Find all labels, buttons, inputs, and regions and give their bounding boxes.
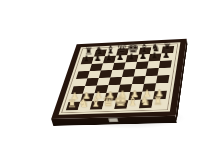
board-border: ♜♞♝♛♚♝♞♜♟♟♟♟♟♟♟♟♟♟♟♟♟♟♟♟♜♞♝♛♚♝♞♜ bbox=[59, 42, 181, 114]
square-g7[interactable]: ♟ bbox=[149, 54, 162, 62]
square-g6[interactable] bbox=[147, 61, 160, 69]
square-b6[interactable] bbox=[90, 63, 103, 71]
square-f2[interactable]: ♟ bbox=[128, 92, 142, 101]
chess-box: ♜♞♝♛♚♝♞♜♟♟♟♟♟♟♟♟♟♟♟♟♟♟♟♟♜♞♝♛♚♝♞♜ bbox=[51, 39, 186, 119]
square-a4[interactable] bbox=[74, 78, 88, 86]
square-g3[interactable] bbox=[142, 83, 156, 91]
square-f1[interactable]: ♝ bbox=[127, 100, 141, 109]
square-h2[interactable]: ♟ bbox=[153, 91, 167, 100]
square-h1[interactable]: ♜ bbox=[152, 99, 166, 108]
square-g5[interactable] bbox=[146, 68, 159, 76]
square-g2[interactable]: ♟ bbox=[141, 91, 155, 100]
clasp-latch bbox=[108, 118, 118, 122]
square-b2[interactable]: ♟ bbox=[80, 93, 94, 101]
square-f4[interactable] bbox=[132, 76, 146, 84]
chess-board-grid: ♜♞♝♛♚♝♞♜♟♟♟♟♟♟♟♟♟♟♟♟♟♟♟♟♜♞♝♛♚♝♞♜ bbox=[66, 46, 174, 110]
square-h5[interactable] bbox=[157, 68, 170, 76]
square-a5[interactable] bbox=[76, 71, 90, 79]
product-photo: ♜♞♝♛♚♝♞♜♟♟♟♟♟♟♟♟♟♟♟♟♟♟♟♟♜♞♝♛♚♝♞♜ bbox=[0, 0, 220, 147]
square-e4[interactable] bbox=[120, 77, 134, 85]
square-h6[interactable] bbox=[159, 60, 172, 68]
